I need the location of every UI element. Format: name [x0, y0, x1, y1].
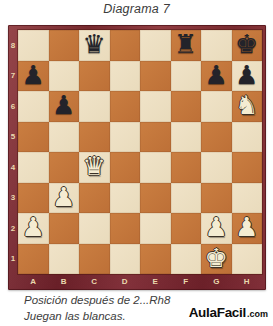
square-c7[interactable]: [79, 61, 110, 92]
black-king-h8: ♚: [235, 31, 258, 57]
square-c4[interactable]: ♛: [79, 152, 110, 183]
square-c1[interactable]: [79, 244, 110, 275]
rank-label-7: 7: [8, 61, 18, 92]
square-e3[interactable]: [140, 183, 171, 214]
square-f1[interactable]: [171, 244, 202, 275]
square-b5[interactable]: [49, 122, 80, 153]
square-h1[interactable]: [232, 244, 263, 275]
square-d1[interactable]: [110, 244, 141, 275]
square-a8[interactable]: [18, 30, 49, 61]
square-e6[interactable]: [140, 91, 171, 122]
white-pawn-b3: ♟: [52, 184, 75, 210]
caption-line-1: Posición después de 2...Rh8: [24, 293, 170, 309]
square-f3[interactable]: [171, 183, 202, 214]
black-pawn-a7: ♟: [22, 62, 45, 88]
square-d3[interactable]: [110, 183, 141, 214]
square-g6[interactable]: [201, 91, 232, 122]
square-e2[interactable]: [140, 213, 171, 244]
square-c3[interactable]: [79, 183, 110, 214]
rank-label-5: 5: [8, 122, 18, 153]
file-label-d: D: [110, 274, 141, 288]
white-queen-c4: ♛: [83, 153, 106, 179]
square-h7[interactable]: ♟: [232, 61, 263, 92]
square-d5[interactable]: [110, 122, 141, 153]
chess-board-frame: 87654321 ♛♜♚♟♟♟♟♞♛♟♟♟♟♚ ABCDEFGH: [8, 25, 266, 290]
black-pawn-b6: ♟: [52, 92, 75, 118]
square-a1[interactable]: [18, 244, 49, 275]
square-f8[interactable]: ♜: [171, 30, 202, 61]
black-pawn-h7: ♟: [235, 62, 258, 88]
square-h3[interactable]: [232, 183, 263, 214]
square-f5[interactable]: [171, 122, 202, 153]
file-label-f: F: [171, 274, 202, 288]
logo-brand: AulaFacil: [189, 305, 246, 320]
aulafacil-logo[interactable]: AulaFacil .com: [189, 305, 268, 320]
square-g3[interactable]: [201, 183, 232, 214]
square-a7[interactable]: ♟: [18, 61, 49, 92]
square-e8[interactable]: [140, 30, 171, 61]
rank-label-3: 3: [8, 183, 18, 214]
square-f2[interactable]: [171, 213, 202, 244]
square-e5[interactable]: [140, 122, 171, 153]
square-d6[interactable]: [110, 91, 141, 122]
square-a6[interactable]: [18, 91, 49, 122]
square-b2[interactable]: [49, 213, 80, 244]
diagram-caption: Posición después de 2...Rh8 Juegan las b…: [24, 293, 170, 324]
square-a3[interactable]: [18, 183, 49, 214]
square-a2[interactable]: ♟: [18, 213, 49, 244]
square-c6[interactable]: [79, 91, 110, 122]
square-b8[interactable]: [49, 30, 80, 61]
file-labels: ABCDEFGH: [18, 274, 262, 288]
file-label-a: A: [18, 274, 49, 288]
file-label-c: C: [79, 274, 110, 288]
black-pawn-g7: ♟: [205, 62, 228, 88]
file-label-b: B: [49, 274, 80, 288]
file-label-g: G: [201, 274, 232, 288]
file-label-e: E: [140, 274, 171, 288]
square-d4[interactable]: [110, 152, 141, 183]
square-b7[interactable]: [49, 61, 80, 92]
rank-label-8: 8: [8, 30, 18, 61]
board-grid: ♛♜♚♟♟♟♟♞♛♟♟♟♟♚: [18, 30, 262, 274]
square-g5[interactable]: [201, 122, 232, 153]
rank-label-4: 4: [8, 152, 18, 183]
square-h8[interactable]: ♚: [232, 30, 263, 61]
white-pawn-a2: ♟: [22, 214, 45, 240]
square-b1[interactable]: [49, 244, 80, 275]
black-rook-f8: ♜: [174, 31, 197, 57]
square-c2[interactable]: [79, 213, 110, 244]
logo-tld: .com: [247, 309, 268, 319]
white-pawn-g2: ♟: [205, 214, 228, 240]
white-pawn-h2: ♟: [235, 214, 258, 240]
rank-label-2: 2: [8, 213, 18, 244]
square-g1[interactable]: ♚: [201, 244, 232, 275]
square-h4[interactable]: [232, 152, 263, 183]
square-e7[interactable]: [140, 61, 171, 92]
square-c5[interactable]: [79, 122, 110, 153]
square-g4[interactable]: [201, 152, 232, 183]
square-h2[interactable]: ♟: [232, 213, 263, 244]
caption-line-2: Juegan las blancas.: [24, 309, 170, 325]
white-king-g1: ♚: [205, 245, 228, 271]
square-g2[interactable]: ♟: [201, 213, 232, 244]
square-b6[interactable]: ♟: [49, 91, 80, 122]
square-d2[interactable]: [110, 213, 141, 244]
square-e4[interactable]: [140, 152, 171, 183]
square-g7[interactable]: ♟: [201, 61, 232, 92]
square-d7[interactable]: [110, 61, 141, 92]
square-g8[interactable]: [201, 30, 232, 61]
square-e1[interactable]: [140, 244, 171, 275]
square-a4[interactable]: [18, 152, 49, 183]
file-label-h: H: [232, 274, 263, 288]
chess-diagram-page: Diagrama 7 87654321 ♛♜♚♟♟♟♟♞♛♟♟♟♟♚ ABCDE…: [0, 0, 273, 326]
white-knight-h6: ♞: [235, 92, 258, 118]
square-c8[interactable]: ♛: [79, 30, 110, 61]
square-h6[interactable]: ♞: [232, 91, 263, 122]
rank-labels: 87654321: [8, 30, 18, 274]
square-b4[interactable]: [49, 152, 80, 183]
square-a5[interactable]: [18, 122, 49, 153]
black-queen-c8: ♛: [83, 31, 106, 57]
rank-label-6: 6: [8, 91, 18, 122]
diagram-title: Diagrama 7: [0, 2, 273, 16]
square-f6[interactable]: [171, 91, 202, 122]
rank-label-1: 1: [8, 244, 18, 275]
square-f7[interactable]: [171, 61, 202, 92]
square-b3[interactable]: ♟: [49, 183, 80, 214]
square-h5[interactable]: [232, 122, 263, 153]
square-f4[interactable]: [171, 152, 202, 183]
square-d8[interactable]: [110, 30, 141, 61]
